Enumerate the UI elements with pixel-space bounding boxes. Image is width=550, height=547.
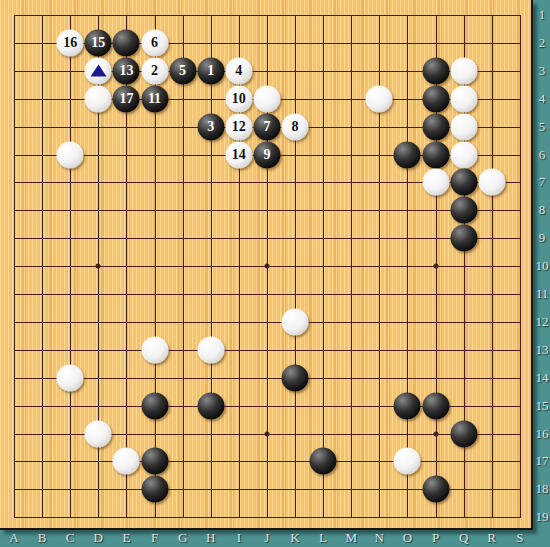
stone-F4: 11 [141,85,168,112]
stone-P18 [422,476,449,503]
column-label-H: H [206,530,215,546]
stone-K12 [282,308,309,335]
star-point-J10 [264,264,269,269]
stone-H15 [197,392,224,419]
row-label-5: 5 [539,119,546,135]
stone-O6 [394,141,421,168]
stone-D16 [85,420,112,447]
stone-F2: 6 [141,29,168,56]
row-label-7: 7 [539,174,546,190]
stone-J5: 7 [253,113,280,140]
stone-Q8 [450,197,477,224]
column-label-F: F [151,530,158,546]
stone-Q6 [450,141,477,168]
stone-G3: 5 [169,57,196,84]
stone-D2: 15 [85,29,112,56]
row-label-8: 8 [539,202,546,218]
stone-I5: 12 [225,113,252,140]
stone-F15 [141,392,168,419]
stone-C14 [57,364,84,391]
triangle-marker [90,65,106,77]
row-label-4: 4 [539,91,546,107]
stone-Q7 [450,169,477,196]
stone-I3: 4 [225,57,252,84]
column-label-P: P [432,530,439,546]
column-label-L: L [319,530,327,546]
stone-J6: 9 [253,141,280,168]
column-label-Q: Q [459,530,468,546]
star-point-P10 [433,264,438,269]
column-label-E: E [122,530,130,546]
grid-line-horizontal [14,517,521,518]
stone-P6 [422,141,449,168]
column-label-M: M [345,530,357,546]
column-label-J: J [264,530,269,546]
stone-E17 [113,448,140,475]
stone-E4: 17 [113,85,140,112]
row-label-15: 15 [536,398,549,414]
stone-C6 [57,141,84,168]
stone-E2 [113,29,140,56]
star-point-P16 [433,431,438,436]
stone-Q16 [450,420,477,447]
go-board: 1615613251417111031278149 [0,0,533,530]
row-label-10: 10 [536,258,549,274]
stone-O17 [394,448,421,475]
stone-Q9 [450,225,477,252]
stone-H5: 3 [197,113,224,140]
row-label-17: 17 [536,453,549,469]
stone-H13 [197,336,224,363]
stone-I6: 14 [225,141,252,168]
column-label-B: B [38,530,47,546]
grid-line-vertical [323,15,324,518]
row-label-13: 13 [536,342,549,358]
stone-Q4 [450,85,477,112]
stone-D4 [85,85,112,112]
stone-P4 [422,85,449,112]
stone-P7 [422,169,449,196]
column-label-D: D [94,530,103,546]
row-label-1: 1 [539,7,546,23]
row-label-9: 9 [539,230,546,246]
stone-J4 [253,85,280,112]
stone-I4: 10 [225,85,252,112]
row-label-19: 19 [536,509,549,525]
stone-D3 [85,57,112,84]
grid-line-horizontal [14,378,521,379]
stone-K5: 8 [282,113,309,140]
stone-F13 [141,336,168,363]
stone-E3: 13 [113,57,140,84]
stone-P15 [422,392,449,419]
stone-R7 [478,169,505,196]
grid-line-horizontal [14,294,521,295]
column-label-I: I [237,530,241,546]
star-point-J16 [264,431,269,436]
grid-line-horizontal [14,322,521,323]
row-label-11: 11 [536,286,549,302]
stone-F18 [141,476,168,503]
stone-Q5 [450,113,477,140]
column-label-K: K [290,530,299,546]
go-diagram-frame: 1615613251417111031278149 ABCDEFGHIJKLMN… [0,0,550,547]
row-label-14: 14 [536,370,549,386]
stone-Q3 [450,57,477,84]
grid-line-vertical [407,15,408,518]
row-label-12: 12 [536,314,549,330]
grid-line-vertical [351,15,352,518]
stone-C2: 16 [57,29,84,56]
row-label-2: 2 [539,35,546,51]
stone-P3 [422,57,449,84]
column-label-R: R [487,530,496,546]
column-label-G: G [178,530,187,546]
stone-K14 [282,364,309,391]
column-label-O: O [403,530,412,546]
stone-O15 [394,392,421,419]
column-label-C: C [66,530,75,546]
row-label-6: 6 [539,147,546,163]
stone-F3: 2 [141,57,168,84]
column-label-S: S [516,530,523,546]
row-label-18: 18 [536,481,549,497]
grid-line-vertical [295,15,296,518]
row-label-3: 3 [539,63,546,79]
stone-L17 [310,448,337,475]
row-label-16: 16 [536,426,549,442]
grid-line-vertical [492,15,493,518]
column-label-A: A [9,530,18,546]
stone-P5 [422,113,449,140]
grid-line-horizontal [14,461,521,462]
stone-N4 [366,85,393,112]
stone-F17 [141,448,168,475]
stone-H3: 1 [197,57,224,84]
column-label-N: N [375,530,384,546]
grid-line-horizontal [14,350,521,351]
grid-line-vertical [520,15,521,518]
star-point-D10 [96,264,101,269]
